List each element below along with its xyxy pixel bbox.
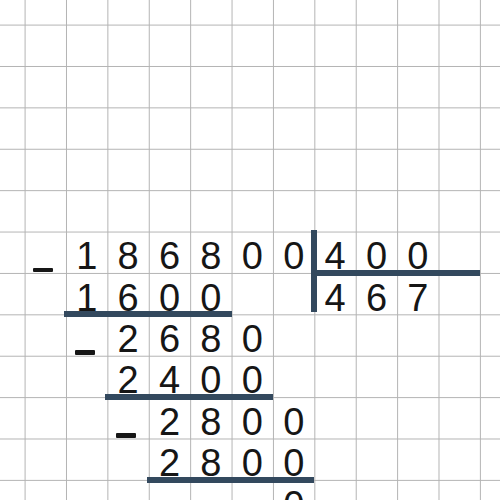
digit-cell-r9-c6: 0	[273, 401, 314, 442]
digit-cell-r7-c3: 6	[149, 318, 190, 359]
underline-step-2800	[147, 477, 315, 483]
digit-cell-r7-c2: 2	[107, 318, 148, 359]
digit-cell-r6-c7: 4	[314, 277, 355, 318]
digit-cell-r9-c4: 8	[190, 401, 231, 442]
digit-cell-r7-c5: 0	[232, 318, 273, 359]
underline-step-2400	[105, 394, 273, 400]
digit-cell-r11-c6: 0	[273, 484, 314, 500]
digit-cell-r5-c3: 6	[149, 236, 190, 277]
minus-step-3-icon	[116, 433, 136, 438]
digit-cell-r5-c1: 1	[66, 236, 107, 277]
digit-cell-r7-c4: 8	[190, 318, 231, 359]
digit-cell-r6-c8: 6	[356, 277, 397, 318]
digit-cell-r9-c3: 2	[149, 401, 190, 442]
minus-step-1-icon	[33, 268, 53, 273]
digit-cell-r9-c5: 0	[232, 401, 273, 442]
digit-cell-r5-c4: 8	[190, 236, 231, 277]
underline-step-1600	[64, 311, 232, 317]
minus-step-2-icon	[75, 350, 95, 355]
digit-cell-r5-c5: 0	[232, 236, 273, 277]
squared-paper-board: 186800400160046726802400280028000	[0, 0, 500, 500]
digit-cell-r6-c9: 7	[397, 277, 438, 318]
digit-cell-r5-c6: 0	[273, 236, 314, 277]
digit-cell-r5-c2: 8	[107, 236, 148, 277]
divisor-quotient-underline	[312, 270, 480, 276]
